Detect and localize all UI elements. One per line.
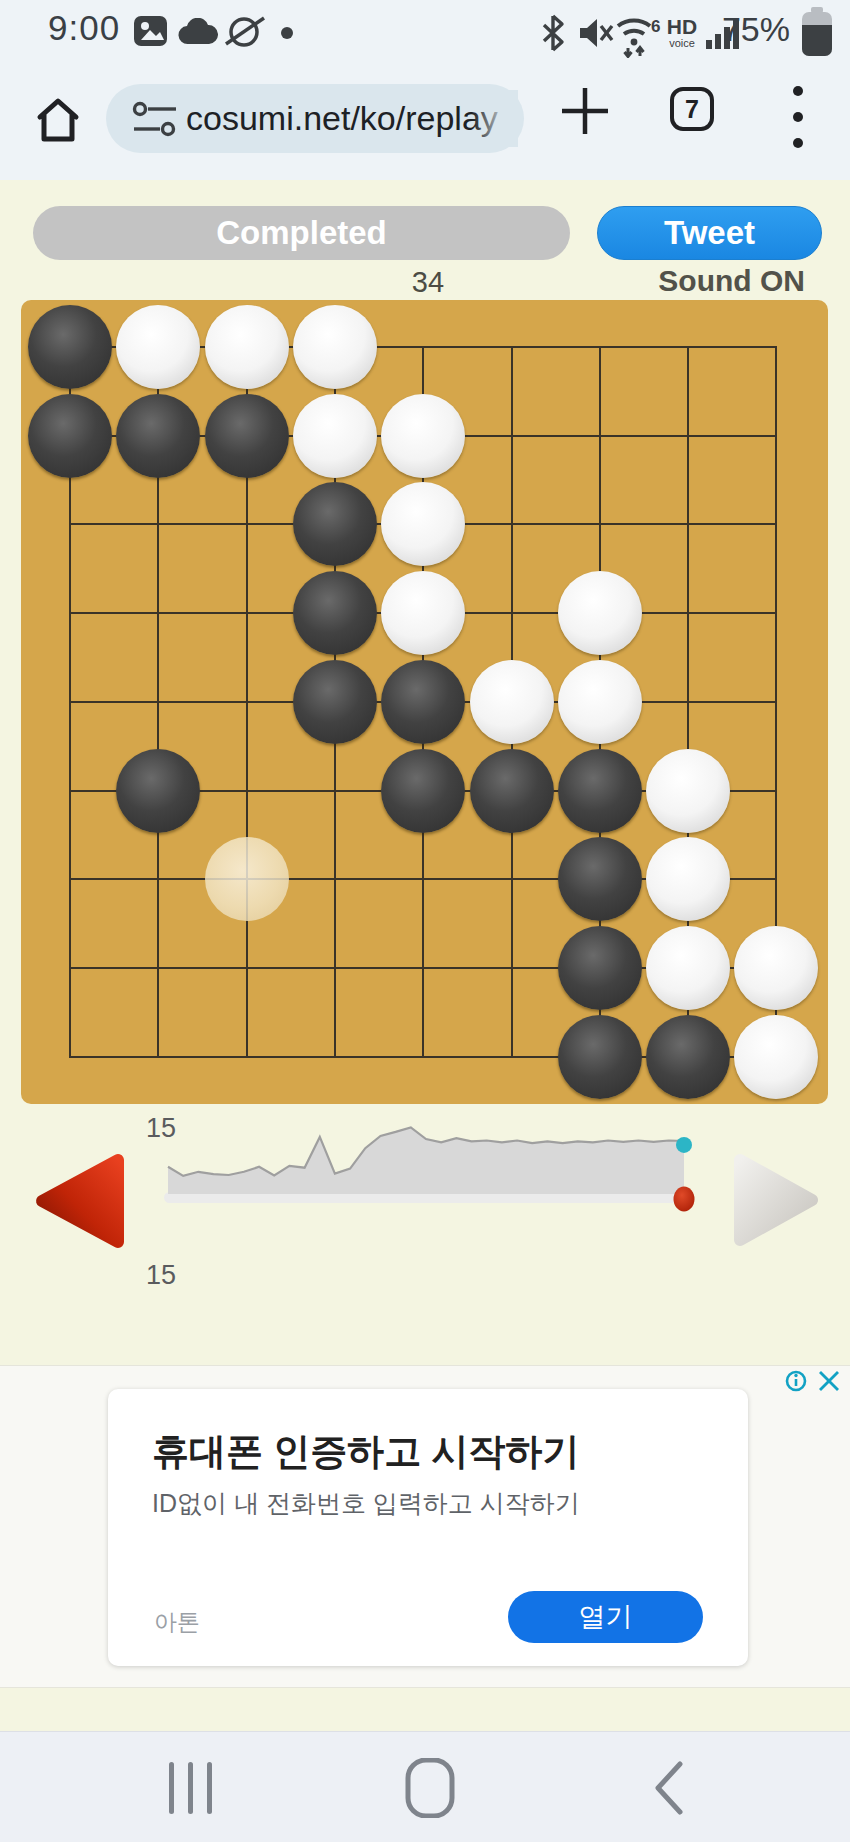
url-text[interactable]: cosumi.net/ko/replay <box>186 84 511 153</box>
white-stone <box>646 926 730 1010</box>
white-stone <box>116 305 200 389</box>
white-stone <box>293 305 377 389</box>
slider-handle[interactable] <box>674 1187 695 1212</box>
sound-toggle[interactable]: Sound ON <box>658 264 805 298</box>
black-stone <box>293 571 377 655</box>
back-icon[interactable] <box>640 1758 700 1818</box>
white-stone <box>734 1015 818 1099</box>
black-stone <box>116 394 200 478</box>
ad-badges <box>784 1368 844 1394</box>
kebab-menu-icon[interactable] <box>788 86 808 156</box>
current-score-marker <box>676 1137 692 1153</box>
status-bar: 9:00 6 <box>0 0 850 62</box>
ad-close-icon[interactable] <box>820 1372 838 1390</box>
tab-count-badge[interactable]: 7 <box>670 87 714 131</box>
white-stone <box>734 926 818 1010</box>
tune-icon[interactable] <box>132 101 180 137</box>
white-stone <box>205 305 289 389</box>
notification-dot <box>280 26 294 40</box>
white-stone <box>381 571 465 655</box>
clock: 9:00 <box>48 8 120 48</box>
black-stone <box>28 394 112 478</box>
ghost-stone <box>205 837 289 921</box>
ad-cta-button[interactable]: 열기 <box>508 1591 703 1643</box>
blocked-circle-icon <box>224 12 268 50</box>
bluetooth-icon <box>540 14 566 52</box>
ad-info-icon[interactable] <box>787 1372 805 1390</box>
black-stone <box>470 749 554 833</box>
score-scale-bottom: 15 <box>130 1260 176 1291</box>
ad-subtitle: ID없이 내 전화번호 입력하고 시작하기 <box>152 1487 580 1520</box>
white-stone <box>381 394 465 478</box>
black-stone <box>381 749 465 833</box>
next-move-button[interactable] <box>728 1150 824 1250</box>
home-icon[interactable] <box>32 94 84 146</box>
url-fade <box>472 90 518 147</box>
score-area <box>168 1127 684 1194</box>
cloud-icon <box>178 18 218 46</box>
black-stone <box>381 660 465 744</box>
go-board[interactable] <box>21 300 828 1104</box>
battery-icon <box>800 6 834 58</box>
url-bar[interactable]: cosumi.net/ko/replay <box>106 84 524 153</box>
white-stone <box>293 394 377 478</box>
wifi6-icon: 6 <box>614 10 662 58</box>
score-graph-slider[interactable] <box>150 1112 700 1217</box>
recents-icon[interactable] <box>161 1758 221 1818</box>
battery-percent: 75% <box>722 10 790 49</box>
ad-title: 휴대폰 인증하고 시작하기 <box>152 1427 580 1477</box>
white-stone <box>646 749 730 833</box>
white-stone <box>558 571 642 655</box>
black-stone <box>558 1015 642 1099</box>
mute-icon <box>576 14 614 52</box>
tab-count: 7 <box>685 95 699 123</box>
black-stone <box>646 1015 730 1099</box>
home-circle-icon[interactable] <box>400 1758 460 1818</box>
white-stone <box>470 660 554 744</box>
hd-voice-label: HD voice <box>658 16 706 49</box>
black-stone <box>558 749 642 833</box>
ad-container: 휴대폰 인증하고 시작하기 ID없이 내 전화번호 입력하고 시작하기 아톤 열… <box>0 1365 850 1688</box>
black-stone <box>116 749 200 833</box>
white-stone <box>558 660 642 744</box>
new-tab-plus-icon[interactable] <box>558 84 612 138</box>
ad-card: 휴대폰 인증하고 시작하기 ID없이 내 전화번호 입력하고 시작하기 아톤 열… <box>108 1389 748 1666</box>
ad-advertiser: 아톤 <box>154 1607 200 1638</box>
game-status-chip: Completed <box>33 206 570 260</box>
black-stone <box>293 482 377 566</box>
black-stone <box>558 926 642 1010</box>
white-stone <box>381 482 465 566</box>
browser-toolbar: cosumi.net/ko/replay 7 <box>0 62 850 180</box>
tweet-button[interactable]: Tweet <box>597 206 822 260</box>
white-stone <box>646 837 730 921</box>
prev-move-button[interactable] <box>28 1150 130 1252</box>
black-stone <box>558 837 642 921</box>
black-stone <box>205 394 289 478</box>
screen: 9:00 6 <box>0 0 850 1842</box>
black-stone <box>28 305 112 389</box>
move-number: 34 <box>388 266 468 299</box>
android-nav-bar <box>0 1731 850 1842</box>
screenshot-icon <box>133 14 169 48</box>
black-stone <box>293 660 377 744</box>
